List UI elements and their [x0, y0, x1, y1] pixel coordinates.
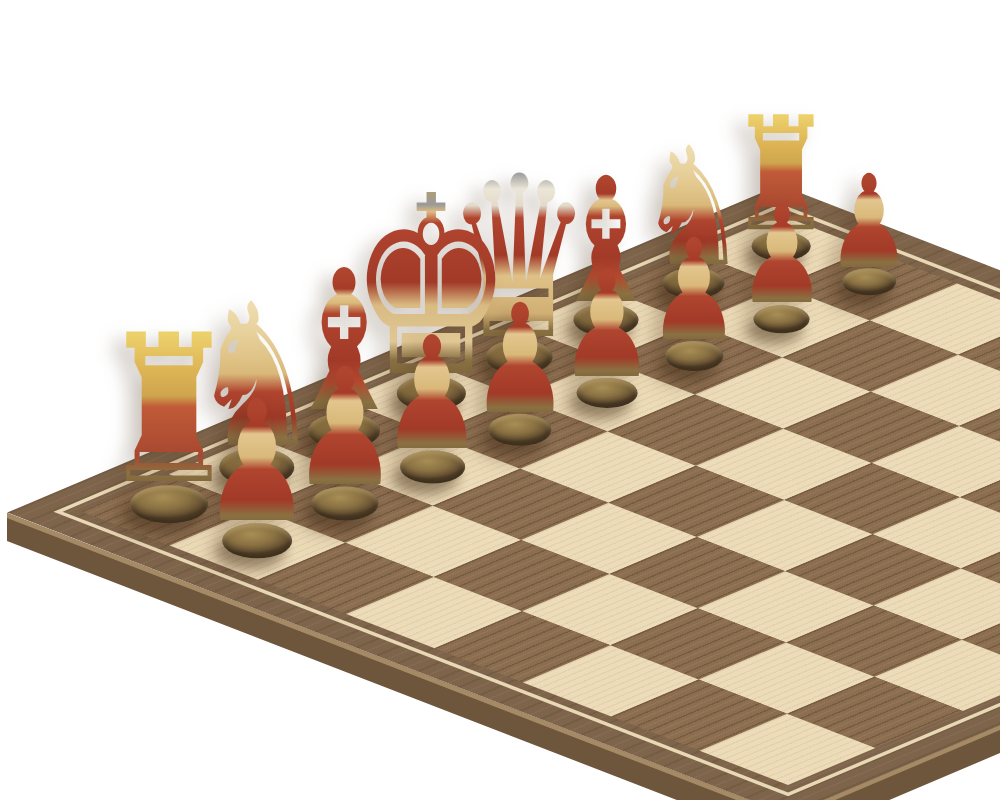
piece-h7-pawn[interactable]: ♟	[183, 386, 333, 558]
photo-stage: ♜♞♝♛♚♝♞♜♟♟♟♟♟♟♟♟	[0, 0, 1000, 800]
pawn-glyph: ♟	[202, 386, 313, 540]
